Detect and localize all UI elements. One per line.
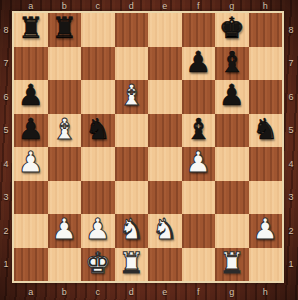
square-f4[interactable]: ♟: [182, 147, 216, 181]
square-a1[interactable]: [14, 248, 48, 282]
rank-label-left-2: 2: [0, 214, 12, 248]
file-label-top-f: f: [182, 0, 216, 11]
rank-label-right-7: 7: [284, 47, 298, 81]
square-e5[interactable]: [148, 114, 182, 148]
rank-label-right-8: 8: [284, 13, 298, 47]
piece-black-rook[interactable]: ♜: [51, 14, 77, 43]
chess-board: ♜♜♚♟♝♟♝♟♟♝♞♝♞♟♟♟♟♞♞♟♚♜♜: [14, 13, 282, 281]
square-e6[interactable]: [148, 80, 182, 114]
file-label-top-b: b: [48, 0, 82, 11]
square-g5[interactable]: [215, 114, 249, 148]
square-g2[interactable]: [215, 214, 249, 248]
square-b3[interactable]: [48, 181, 82, 215]
file-label-top-d: d: [115, 0, 149, 11]
file-label-bottom-h: h: [249, 283, 283, 300]
square-f3[interactable]: [182, 181, 216, 215]
rank-labels-right: 87654321: [284, 13, 298, 281]
square-h5[interactable]: ♞: [249, 114, 283, 148]
square-c8[interactable]: [81, 13, 115, 47]
file-label-bottom-d: d: [115, 283, 149, 300]
rank-label-right-5: 5: [284, 114, 298, 148]
rank-label-left-1: 1: [0, 248, 12, 282]
square-h3[interactable]: [249, 181, 283, 215]
square-h4[interactable]: [249, 147, 283, 181]
square-g4[interactable]: [215, 147, 249, 181]
square-d6[interactable]: ♝: [115, 80, 149, 114]
rank-label-left-5: 5: [0, 114, 12, 148]
square-c2[interactable]: ♟: [81, 214, 115, 248]
square-e8[interactable]: [148, 13, 182, 47]
square-h2[interactable]: ♟: [249, 214, 283, 248]
square-a2[interactable]: [14, 214, 48, 248]
piece-white-pawn[interactable]: ♟: [252, 215, 278, 244]
rank-label-left-4: 4: [0, 147, 12, 181]
piece-black-pawn[interactable]: ♟: [18, 81, 44, 110]
piece-white-knight[interactable]: ♞: [152, 215, 178, 244]
square-d2[interactable]: ♞: [115, 214, 149, 248]
chess-board-widget: abcdefgh abcdefgh 87654321 87654321 ♜♜♚♟…: [0, 0, 298, 300]
square-c6[interactable]: [81, 80, 115, 114]
file-label-bottom-a: a: [14, 283, 48, 300]
square-e4[interactable]: [148, 147, 182, 181]
file-label-top-a: a: [14, 0, 48, 11]
square-f8[interactable]: [182, 13, 216, 47]
piece-white-king[interactable]: ♚: [85, 249, 111, 278]
board-frame: ♜♜♚♟♝♟♝♟♟♝♞♝♞♟♟♟♟♞♞♟♚♜♜: [12, 11, 284, 283]
square-c5[interactable]: ♞: [81, 114, 115, 148]
rank-label-right-6: 6: [284, 80, 298, 114]
file-label-top-e: e: [148, 0, 182, 11]
piece-black-pawn[interactable]: ♟: [185, 48, 211, 77]
square-b2[interactable]: ♟: [48, 214, 82, 248]
square-e1[interactable]: [148, 248, 182, 282]
square-d3[interactable]: [115, 181, 149, 215]
square-h8[interactable]: [249, 13, 283, 47]
square-b6[interactable]: [48, 80, 82, 114]
rank-label-right-3: 3: [284, 181, 298, 215]
square-c4[interactable]: [81, 147, 115, 181]
square-f1[interactable]: [182, 248, 216, 282]
square-g3[interactable]: [215, 181, 249, 215]
square-e2[interactable]: ♞: [148, 214, 182, 248]
piece-white-pawn[interactable]: ♟: [185, 148, 211, 177]
square-d5[interactable]: [115, 114, 149, 148]
square-d8[interactable]: [115, 13, 149, 47]
rank-label-left-3: 3: [0, 181, 12, 215]
square-b4[interactable]: [48, 147, 82, 181]
square-c1[interactable]: ♚: [81, 248, 115, 282]
square-b8[interactable]: ♜: [48, 13, 82, 47]
piece-white-rook[interactable]: ♜: [118, 249, 144, 278]
file-label-top-h: h: [249, 0, 283, 11]
rank-labels-left: 87654321: [0, 13, 12, 281]
square-g1[interactable]: ♜: [215, 248, 249, 282]
square-a6[interactable]: ♟: [14, 80, 48, 114]
square-g7[interactable]: ♝: [215, 47, 249, 81]
piece-black-pawn[interactable]: ♟: [18, 115, 44, 144]
square-f6[interactable]: [182, 80, 216, 114]
file-label-bottom-b: b: [48, 283, 82, 300]
rank-label-left-8: 8: [0, 13, 12, 47]
piece-white-bishop[interactable]: ♝: [51, 115, 77, 144]
piece-white-pawn[interactable]: ♟: [18, 148, 44, 177]
file-label-bottom-e: e: [148, 283, 182, 300]
square-c7[interactable]: [81, 47, 115, 81]
rank-label-right-1: 1: [284, 248, 298, 282]
square-d7[interactable]: [115, 47, 149, 81]
square-f7[interactable]: ♟: [182, 47, 216, 81]
piece-white-rook[interactable]: ♜: [219, 249, 245, 278]
piece-white-pawn[interactable]: ♟: [85, 215, 111, 244]
piece-black-knight[interactable]: ♞: [85, 115, 111, 144]
square-a3[interactable]: [14, 181, 48, 215]
file-label-bottom-g: g: [215, 283, 249, 300]
square-d4[interactable]: [115, 147, 149, 181]
square-c3[interactable]: [81, 181, 115, 215]
square-e3[interactable]: [148, 181, 182, 215]
square-a4[interactable]: ♟: [14, 147, 48, 181]
square-b5[interactable]: ♝: [48, 114, 82, 148]
piece-black-pawn[interactable]: ♟: [219, 81, 245, 110]
square-a7[interactable]: [14, 47, 48, 81]
rank-label-right-4: 4: [284, 147, 298, 181]
square-b1[interactable]: [48, 248, 82, 282]
rank-label-right-2: 2: [284, 214, 298, 248]
rank-label-left-7: 7: [0, 47, 12, 81]
square-f5[interactable]: ♝: [182, 114, 216, 148]
file-labels-bottom: abcdefgh: [14, 283, 282, 300]
piece-black-rook[interactable]: ♜: [18, 14, 44, 43]
file-label-bottom-c: c: [81, 283, 115, 300]
file-label-bottom-f: f: [182, 283, 216, 300]
square-a5[interactable]: ♟: [14, 114, 48, 148]
file-labels-top: abcdefgh: [14, 0, 282, 11]
square-g8[interactable]: ♚: [215, 13, 249, 47]
square-h6[interactable]: [249, 80, 283, 114]
rank-label-left-6: 6: [0, 80, 12, 114]
square-b7[interactable]: [48, 47, 82, 81]
piece-white-bishop[interactable]: ♝: [118, 81, 144, 110]
square-a8[interactable]: ♜: [14, 13, 48, 47]
file-label-top-g: g: [215, 0, 249, 11]
square-h1[interactable]: [249, 248, 283, 282]
square-f2[interactable]: [182, 214, 216, 248]
piece-black-bishop[interactable]: ♝: [185, 115, 211, 144]
square-g6[interactable]: ♟: [215, 80, 249, 114]
piece-black-knight[interactable]: ♞: [252, 115, 278, 144]
piece-white-knight[interactable]: ♞: [118, 215, 144, 244]
piece-black-king[interactable]: ♚: [219, 14, 245, 43]
piece-white-pawn[interactable]: ♟: [51, 215, 77, 244]
file-label-top-c: c: [81, 0, 115, 11]
square-e7[interactable]: [148, 47, 182, 81]
piece-black-bishop[interactable]: ♝: [219, 48, 245, 77]
square-d1[interactable]: ♜: [115, 248, 149, 282]
square-h7[interactable]: [249, 47, 283, 81]
